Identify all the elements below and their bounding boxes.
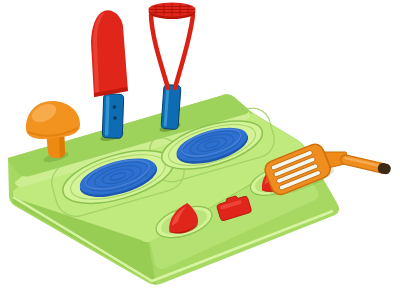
toy-stove-scene — [0, 0, 400, 292]
masher-handle — [161, 84, 181, 129]
masher-arm-right — [175, 15, 193, 88]
product-photo — [0, 0, 400, 292]
masher-arm-left — [151, 15, 168, 88]
knife-handle — [102, 94, 124, 139]
toy-knife — [91, 10, 128, 138]
spatula-handle — [340, 154, 392, 176]
